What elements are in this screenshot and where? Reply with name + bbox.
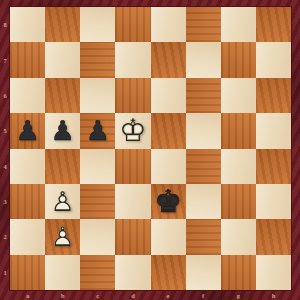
file-label-f: f [186, 290, 221, 300]
square-a3[interactable] [10, 184, 45, 219]
square-e8[interactable] [151, 7, 186, 42]
rank-label-4: 4 [0, 149, 10, 184]
square-e6[interactable] [151, 78, 186, 113]
square-a6[interactable] [10, 78, 45, 113]
square-g6[interactable] [221, 78, 256, 113]
white-pawn[interactable]: ♟♙ [45, 219, 80, 254]
square-h8[interactable] [256, 7, 291, 42]
chess-board: ♟♟♟♚♔♟♙♚♟♙ [10, 7, 291, 290]
white-pawn[interactable]: ♟♙ [45, 184, 80, 219]
square-f8[interactable] [186, 7, 221, 42]
square-a7[interactable] [10, 42, 45, 77]
square-d5[interactable]: ♚♔ [115, 113, 150, 148]
square-e2[interactable] [151, 219, 186, 254]
square-e1[interactable] [151, 255, 186, 290]
square-e3[interactable]: ♚ [151, 184, 186, 219]
square-e5[interactable] [151, 113, 186, 148]
square-a8[interactable] [10, 7, 45, 42]
file-label-c: c [80, 290, 115, 300]
file-label-g: g [221, 290, 256, 300]
board-frame: 87654321 abcdefgh ♟♟♟♚♔♟♙♚♟♙ [0, 0, 300, 300]
square-b5[interactable]: ♟ [45, 113, 80, 148]
black-pawn[interactable]: ♟ [45, 113, 80, 148]
square-g3[interactable] [221, 184, 256, 219]
square-c1[interactable] [80, 255, 115, 290]
file-labels: abcdefgh [10, 290, 291, 300]
square-f4[interactable] [186, 149, 221, 184]
file-label-a: a [10, 290, 45, 300]
square-a4[interactable] [10, 149, 45, 184]
square-d2[interactable] [115, 219, 150, 254]
file-label-d: d [115, 290, 150, 300]
square-f6[interactable] [186, 78, 221, 113]
square-f1[interactable] [186, 255, 221, 290]
piece-outline: ♔ [115, 113, 150, 148]
black-king[interactable]: ♚ [151, 184, 186, 219]
square-e7[interactable] [151, 42, 186, 77]
square-c5[interactable]: ♟ [80, 113, 115, 148]
square-h5[interactable] [256, 113, 291, 148]
rank-label-6: 6 [0, 78, 10, 113]
square-c8[interactable] [80, 7, 115, 42]
black-pawn[interactable]: ♟ [80, 113, 115, 148]
rank-label-8: 8 [0, 7, 10, 42]
square-b1[interactable] [45, 255, 80, 290]
square-b3[interactable]: ♟♙ [45, 184, 80, 219]
square-c2[interactable] [80, 219, 115, 254]
square-g2[interactable] [221, 219, 256, 254]
square-a1[interactable] [10, 255, 45, 290]
rank-label-5: 5 [0, 113, 10, 148]
square-f2[interactable] [186, 219, 221, 254]
square-h4[interactable] [256, 149, 291, 184]
file-label-b: b [45, 290, 80, 300]
square-d7[interactable] [115, 42, 150, 77]
square-d3[interactable] [115, 184, 150, 219]
square-h3[interactable] [256, 184, 291, 219]
file-label-h: h [256, 290, 291, 300]
square-d1[interactable] [115, 255, 150, 290]
file-label-e: e [151, 290, 186, 300]
piece-outline: ♙ [45, 184, 80, 219]
square-b7[interactable] [45, 42, 80, 77]
square-g8[interactable] [221, 7, 256, 42]
white-king[interactable]: ♚♔ [115, 113, 150, 148]
rank-label-7: 7 [0, 42, 10, 77]
rank-labels: 87654321 [0, 7, 10, 290]
square-f3[interactable] [186, 184, 221, 219]
square-a5[interactable]: ♟ [10, 113, 45, 148]
square-d8[interactable] [115, 7, 150, 42]
rank-label-2: 2 [0, 219, 10, 254]
square-a2[interactable] [10, 219, 45, 254]
square-g5[interactable] [221, 113, 256, 148]
square-c4[interactable] [80, 149, 115, 184]
square-b2[interactable]: ♟♙ [45, 219, 80, 254]
black-pawn[interactable]: ♟ [10, 113, 45, 148]
square-c6[interactable] [80, 78, 115, 113]
rank-label-3: 3 [0, 184, 10, 219]
square-c7[interactable] [80, 42, 115, 77]
square-b8[interactable] [45, 7, 80, 42]
square-d4[interactable] [115, 149, 150, 184]
square-d6[interactable] [115, 78, 150, 113]
square-h6[interactable] [256, 78, 291, 113]
square-f5[interactable] [186, 113, 221, 148]
square-b6[interactable] [45, 78, 80, 113]
piece-outline: ♙ [45, 219, 80, 254]
square-c3[interactable] [80, 184, 115, 219]
square-g4[interactable] [221, 149, 256, 184]
square-h7[interactable] [256, 42, 291, 77]
rank-label-1: 1 [0, 255, 10, 290]
square-h2[interactable] [256, 219, 291, 254]
square-g1[interactable] [221, 255, 256, 290]
square-e4[interactable] [151, 149, 186, 184]
square-f7[interactable] [186, 42, 221, 77]
square-g7[interactable] [221, 42, 256, 77]
square-b4[interactable] [45, 149, 80, 184]
square-h1[interactable] [256, 255, 291, 290]
